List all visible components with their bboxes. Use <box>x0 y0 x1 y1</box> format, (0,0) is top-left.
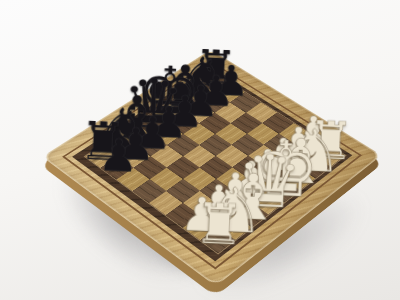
scene: ♜♞♝♛♚♝♞♜♟♟♟♟♟♟♟♟♟♟♟♟♟♟♟♟♜♞♝♛♚♝♞♜ <box>0 0 400 300</box>
board-grid: ♜♞♝♛♚♝♞♜♟♟♟♟♟♟♟♟♟♟♟♟♟♟♟♟♜♞♝♛♚♝♞♜ <box>84 72 347 255</box>
board-frame: ♜♞♝♛♚♝♞♜♟♟♟♟♟♟♟♟♟♟♟♟♟♟♟♟♜♞♝♛♚♝♞♜ <box>42 49 382 286</box>
board-perspective-wrapper: ♜♞♝♛♚♝♞♜♟♟♟♟♟♟♟♟♟♟♟♟♟♟♟♟♜♞♝♛♚♝♞♜ <box>88 31 338 281</box>
frame-inlay-line: ♜♞♝♛♚♝♞♜♟♟♟♟♟♟♟♟♟♟♟♟♟♟♟♟♜♞♝♛♚♝♞♜ <box>62 61 362 270</box>
chess-board: ♜♞♝♛♚♝♞♜♟♟♟♟♟♟♟♟♟♟♟♟♟♟♟♟♜♞♝♛♚♝♞♜ <box>42 49 382 286</box>
board-inner-border: ♜♞♝♛♚♝♞♜♟♟♟♟♟♟♟♟♟♟♟♟♟♟♟♟♜♞♝♛♚♝♞♜ <box>72 67 352 262</box>
